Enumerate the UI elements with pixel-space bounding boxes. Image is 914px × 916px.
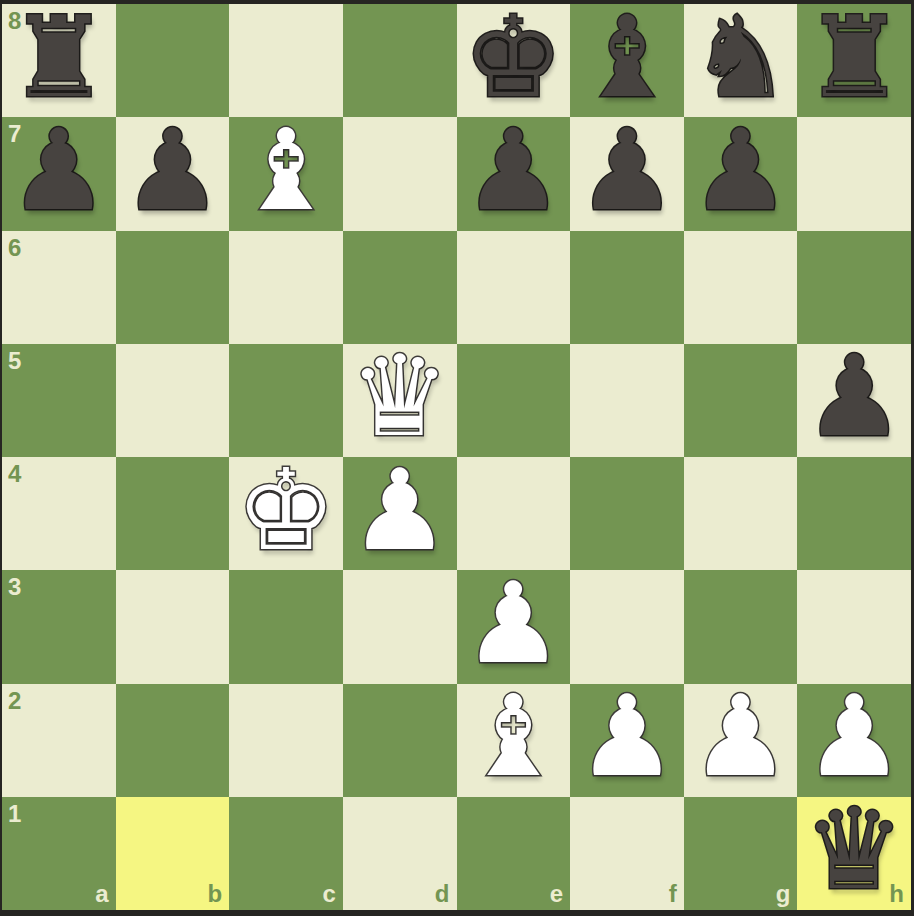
white-king[interactable]: ♚: [236, 454, 336, 566]
square-h1[interactable]: h♛: [797, 797, 911, 910]
file-label-c: c: [323, 882, 336, 906]
square-b6[interactable]: [116, 231, 230, 344]
square-g6[interactable]: [684, 231, 798, 344]
square-d3[interactable]: [343, 570, 457, 683]
black-pawn[interactable]: ♟: [690, 114, 790, 226]
square-f1[interactable]: f: [570, 797, 684, 910]
square-b7[interactable]: ♟: [116, 117, 230, 230]
square-g1[interactable]: g: [684, 797, 798, 910]
square-a8[interactable]: 8♜: [2, 4, 116, 117]
square-h7[interactable]: [797, 117, 911, 230]
square-f6[interactable]: [570, 231, 684, 344]
rank-label-1: 1: [8, 802, 21, 826]
square-d4[interactable]: ♟: [343, 457, 457, 570]
white-bishop[interactable]: ♝: [236, 114, 336, 226]
square-d2[interactable]: [343, 684, 457, 797]
square-e4[interactable]: [457, 457, 571, 570]
square-c4[interactable]: ♚: [229, 457, 343, 570]
square-f8[interactable]: ♝: [570, 4, 684, 117]
square-h4[interactable]: [797, 457, 911, 570]
white-bishop[interactable]: ♝: [463, 680, 563, 792]
square-a7[interactable]: 7♟: [2, 117, 116, 230]
square-h3[interactable]: [797, 570, 911, 683]
black-knight[interactable]: ♞: [690, 1, 790, 113]
square-f3[interactable]: [570, 570, 684, 683]
square-c3[interactable]: [229, 570, 343, 683]
square-a5[interactable]: 5: [2, 344, 116, 457]
rank-label-2: 2: [8, 689, 21, 713]
white-pawn[interactable]: ♟: [690, 680, 790, 792]
square-d1[interactable]: d: [343, 797, 457, 910]
square-e2[interactable]: ♝: [457, 684, 571, 797]
square-g5[interactable]: [684, 344, 798, 457]
file-label-a: a: [95, 882, 108, 906]
square-c6[interactable]: [229, 231, 343, 344]
square-c2[interactable]: [229, 684, 343, 797]
rank-label-5: 5: [8, 349, 21, 373]
square-d6[interactable]: [343, 231, 457, 344]
square-g2[interactable]: ♟: [684, 684, 798, 797]
square-d5[interactable]: ♛: [343, 344, 457, 457]
rank-label-4: 4: [8, 462, 21, 486]
square-a6[interactable]: 6: [2, 231, 116, 344]
square-b2[interactable]: [116, 684, 230, 797]
file-label-g: g: [776, 882, 791, 906]
file-label-d: d: [435, 882, 450, 906]
square-f7[interactable]: ♟: [570, 117, 684, 230]
square-h8[interactable]: ♜: [797, 4, 911, 117]
black-rook[interactable]: ♜: [804, 1, 904, 113]
black-pawn[interactable]: ♟: [463, 114, 563, 226]
file-label-e: e: [550, 882, 563, 906]
rank-label-6: 6: [8, 236, 21, 260]
square-b4[interactable]: [116, 457, 230, 570]
square-c8[interactable]: [229, 4, 343, 117]
square-h6[interactable]: [797, 231, 911, 344]
rank-label-3: 3: [8, 575, 21, 599]
square-c1[interactable]: c: [229, 797, 343, 910]
square-c7[interactable]: ♝: [229, 117, 343, 230]
file-label-b: b: [208, 882, 223, 906]
black-queen[interactable]: ♛: [804, 793, 904, 905]
white-pawn[interactable]: ♟: [349, 454, 449, 566]
square-g8[interactable]: ♞: [684, 4, 798, 117]
white-pawn[interactable]: ♟: [804, 680, 904, 792]
square-d8[interactable]: [343, 4, 457, 117]
square-d7[interactable]: [343, 117, 457, 230]
square-a4[interactable]: 4: [2, 457, 116, 570]
file-label-f: f: [669, 882, 677, 906]
square-f4[interactable]: [570, 457, 684, 570]
square-a3[interactable]: 3: [2, 570, 116, 683]
square-h5[interactable]: ♟: [797, 344, 911, 457]
square-g3[interactable]: [684, 570, 798, 683]
black-pawn[interactable]: ♟: [122, 114, 222, 226]
square-b8[interactable]: [116, 4, 230, 117]
square-e3[interactable]: ♟: [457, 570, 571, 683]
square-e1[interactable]: e: [457, 797, 571, 910]
square-b5[interactable]: [116, 344, 230, 457]
square-e7[interactable]: ♟: [457, 117, 571, 230]
white-queen[interactable]: ♛: [349, 340, 449, 452]
black-pawn[interactable]: ♟: [577, 114, 677, 226]
white-pawn[interactable]: ♟: [577, 680, 677, 792]
square-b3[interactable]: [116, 570, 230, 683]
black-pawn[interactable]: ♟: [804, 340, 904, 452]
square-a2[interactable]: 2: [2, 684, 116, 797]
square-f5[interactable]: [570, 344, 684, 457]
white-pawn[interactable]: ♟: [463, 567, 563, 679]
square-b1[interactable]: b: [116, 797, 230, 910]
square-e5[interactable]: [457, 344, 571, 457]
chess-board: 8♜♚♝♞♜7♟♟♝♟♟♟65♛♟4♚♟3♟2♝♟♟♟1abcdefgh♛: [2, 4, 911, 910]
black-rook[interactable]: ♜: [9, 1, 109, 113]
square-g4[interactable]: [684, 457, 798, 570]
square-g7[interactable]: ♟: [684, 117, 798, 230]
square-e8[interactable]: ♚: [457, 4, 571, 117]
square-f2[interactable]: ♟: [570, 684, 684, 797]
square-c5[interactable]: [229, 344, 343, 457]
square-e6[interactable]: [457, 231, 571, 344]
square-a1[interactable]: 1a: [2, 797, 116, 910]
square-h2[interactable]: ♟: [797, 684, 911, 797]
black-king[interactable]: ♚: [463, 1, 563, 113]
black-pawn[interactable]: ♟: [9, 114, 109, 226]
black-bishop[interactable]: ♝: [577, 1, 677, 113]
